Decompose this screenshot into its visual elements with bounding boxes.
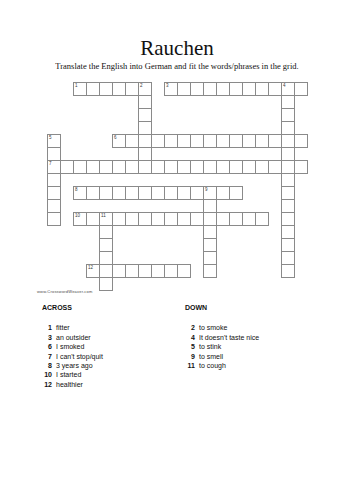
grid-cell[interactable] (151, 134, 165, 148)
grid-cell[interactable] (177, 264, 191, 278)
grid-cell[interactable] (151, 212, 165, 226)
grid-cell[interactable] (99, 186, 113, 200)
grid-cell[interactable] (99, 225, 113, 239)
grid-cell[interactable] (47, 199, 61, 213)
grid-cell[interactable] (112, 264, 126, 278)
grid-cell[interactable] (281, 225, 295, 239)
clue-item-number: 2 (185, 323, 195, 332)
clue-item-number: 3 (42, 333, 52, 342)
grid-cell[interactable] (216, 134, 230, 148)
clue-item-text: I smoked (56, 342, 84, 351)
clue-number: 12 (88, 265, 93, 270)
down-header: DOWN (185, 303, 335, 312)
clue-item-number: 8 (42, 361, 52, 370)
grid-cell[interactable] (138, 95, 152, 109)
grid-cell[interactable] (203, 82, 217, 96)
clue-item-number: 1 (42, 323, 52, 332)
grid-cell[interactable] (125, 186, 139, 200)
grid-cell[interactable] (281, 251, 295, 265)
grid-cell[interactable] (151, 186, 165, 200)
grid-cell[interactable]: 5 (47, 134, 61, 148)
grid-cell[interactable] (255, 160, 269, 174)
clue-item: 4It doesn't taste nice (185, 333, 335, 342)
clue-item: 7I can't stop/quit (42, 352, 182, 361)
grid-cell[interactable] (268, 82, 282, 96)
down-clues-section: DOWN 2to smoke4It doesn't taste nice5to … (185, 303, 335, 370)
grid-cell[interactable] (138, 212, 152, 226)
grid-cell[interactable] (73, 160, 87, 174)
grid-cell[interactable] (281, 121, 295, 135)
grid-cell[interactable] (164, 134, 178, 148)
clue-item: 83 years ago (42, 361, 182, 370)
grid-cell[interactable]: 4 (281, 82, 295, 96)
grid-cell[interactable] (203, 160, 217, 174)
clue-item-text: I can't stop/quit (56, 352, 103, 361)
clue-item-text: to stink (199, 342, 221, 351)
clue-number: 1 (75, 83, 78, 88)
grid-cell[interactable] (203, 225, 217, 239)
grid-cell[interactable]: 7 (47, 160, 61, 174)
clue-number: 5 (49, 135, 52, 140)
clue-item-text: 3 years ago (56, 361, 93, 370)
grid-cell[interactable] (203, 251, 217, 265)
clue-item: 12healthier (42, 380, 182, 389)
grid-cell[interactable] (281, 134, 295, 148)
grid-cell[interactable] (99, 277, 113, 291)
clue-number: 11 (101, 213, 106, 218)
grid-cell[interactable] (255, 134, 269, 148)
down-clue-list: 2to smoke4It doesn't taste nice5to stink… (185, 323, 335, 370)
clue-item-text: I started (56, 370, 81, 379)
clue-item-text: fitter (56, 323, 70, 332)
grid-cell[interactable] (164, 160, 178, 174)
clue-number: 6 (114, 135, 117, 140)
grid-cell[interactable] (229, 82, 243, 96)
grid-cell[interactable] (203, 212, 217, 226)
grid-cell[interactable] (281, 238, 295, 252)
crossword-grid: 123456789101112 (48, 83, 308, 291)
grid-cell[interactable] (229, 212, 243, 226)
grid-cell[interactable] (255, 82, 269, 96)
grid-cell[interactable] (216, 160, 230, 174)
grid-cell[interactable] (281, 173, 295, 187)
grid-cell[interactable] (177, 186, 191, 200)
grid-cell[interactable] (190, 82, 204, 96)
across-clue-list: 1fitter3an outsider6I smoked7I can't sto… (42, 323, 182, 389)
grid-cell[interactable] (242, 212, 256, 226)
grid-cell[interactable] (47, 186, 61, 200)
grid-cell[interactable] (216, 82, 230, 96)
grid-cell[interactable] (203, 199, 217, 213)
clue-item-number: 7 (42, 352, 52, 361)
grid-cell[interactable] (294, 160, 308, 174)
clue-item-text: healthier (56, 380, 83, 389)
clue-item: 3an outsider (42, 333, 182, 342)
grid-cell[interactable] (190, 212, 204, 226)
clue-number: 2 (140, 83, 143, 88)
clue-item-text: to smoke (199, 323, 227, 332)
grid-cell[interactable]: 10 (73, 212, 87, 226)
grid-cell[interactable] (229, 186, 243, 200)
grid-cell[interactable] (112, 160, 126, 174)
grid-cell[interactable]: 11 (99, 212, 113, 226)
grid-cell[interactable] (138, 134, 152, 148)
grid-cell[interactable] (47, 173, 61, 187)
grid-cell[interactable] (125, 82, 139, 96)
clue-item-text: to cough (199, 361, 226, 370)
grid-cell[interactable] (190, 134, 204, 148)
grid-cell[interactable] (281, 264, 295, 278)
clue-item-text: It doesn't taste nice (199, 333, 259, 342)
clue-item: 1fitter (42, 323, 182, 332)
grid-cell[interactable] (151, 264, 165, 278)
grid-cell[interactable]: 12 (86, 264, 100, 278)
clue-item-number: 9 (185, 352, 195, 361)
clue-number: 10 (75, 213, 80, 218)
clue-item-number: 11 (185, 361, 195, 370)
grid-cell[interactable] (99, 160, 113, 174)
grid-cell[interactable] (164, 186, 178, 200)
grid-cell[interactable] (86, 82, 100, 96)
grid-cell[interactable] (138, 108, 152, 122)
grid-cell[interactable] (86, 186, 100, 200)
grid-cell[interactable] (99, 251, 113, 265)
grid-cell[interactable] (242, 134, 256, 148)
grid-cell[interactable] (268, 134, 282, 148)
grid-cell[interactable] (86, 212, 100, 226)
grid-cell[interactable] (203, 264, 217, 278)
clue-item-text: to smell (199, 352, 223, 361)
grid-cell[interactable] (138, 160, 152, 174)
grid-cell[interactable] (99, 238, 113, 252)
grid-cell[interactable] (203, 238, 217, 252)
clue-item-number: 6 (42, 342, 52, 351)
grid-cell[interactable] (164, 212, 178, 226)
grid-cell[interactable] (216, 186, 230, 200)
grid-cell[interactable] (281, 199, 295, 213)
grid-cell[interactable] (294, 82, 308, 96)
grid-cell[interactable] (99, 264, 113, 278)
clue-number: 8 (75, 187, 78, 192)
grid-cell[interactable] (138, 147, 152, 161)
grid-cell[interactable] (112, 212, 126, 226)
grid-cell[interactable] (281, 160, 295, 174)
clue-number: 3 (166, 83, 169, 88)
grid-cell[interactable] (125, 264, 139, 278)
grid-cell[interactable]: 3 (164, 82, 178, 96)
grid-cell[interactable] (86, 160, 100, 174)
across-clues-section: ACROSS 1fitter3an outsider6I smoked7I ca… (42, 303, 182, 389)
grid-cell[interactable] (164, 264, 178, 278)
grid-cell[interactable] (268, 160, 282, 174)
grid-cell[interactable] (281, 186, 295, 200)
grid-cell[interactable]: 6 (112, 134, 126, 148)
grid-cell[interactable] (294, 134, 308, 148)
grid-cell[interactable] (216, 212, 230, 226)
grid-cell[interactable] (112, 82, 126, 96)
grid-cell[interactable] (281, 147, 295, 161)
grid-cell[interactable] (281, 108, 295, 122)
grid-cell[interactable] (177, 160, 191, 174)
grid-cell[interactable] (190, 186, 204, 200)
page-title: Rauchen (0, 37, 354, 59)
clue-item-number: 12 (42, 380, 52, 389)
grid-cell[interactable]: 1 (73, 82, 87, 96)
grid-cell[interactable] (125, 160, 139, 174)
grid-cell[interactable] (138, 264, 152, 278)
grid-cell[interactable] (229, 160, 243, 174)
grid-cell[interactable]: 9 (203, 186, 217, 200)
grid-cell[interactable] (255, 212, 269, 226)
across-header: ACROSS (42, 303, 182, 312)
page-subtitle: Translate the English into German and fi… (0, 61, 354, 71)
clue-item-number: 10 (42, 370, 52, 379)
grid-cell[interactable] (125, 212, 139, 226)
grid-cell[interactable] (112, 186, 126, 200)
grid-cell[interactable] (177, 82, 191, 96)
grid-cell[interactable] (242, 160, 256, 174)
grid-cell[interactable] (242, 82, 256, 96)
grid-cell[interactable] (138, 186, 152, 200)
grid-cell[interactable] (281, 212, 295, 226)
grid-cell[interactable] (47, 147, 61, 161)
grid-cell[interactable]: 2 (138, 82, 152, 96)
grid-cell[interactable]: 8 (73, 186, 87, 200)
clue-item: 9to smell (185, 352, 335, 361)
grid-cell[interactable] (151, 160, 165, 174)
clue-item: 2to smoke (185, 323, 335, 332)
clue-number: 4 (283, 83, 286, 88)
grid-cell[interactable] (60, 160, 74, 174)
grid-cell[interactable] (99, 82, 113, 96)
watermark: www.CrosswordWeaver.com (37, 289, 92, 294)
grid-cell[interactable] (138, 121, 152, 135)
clue-item-number: 4 (185, 333, 195, 342)
grid-cell[interactable] (229, 134, 243, 148)
grid-cell[interactable] (203, 134, 217, 148)
grid-cell[interactable] (47, 212, 61, 226)
clue-item: 10I started (42, 370, 182, 379)
grid-cell[interactable] (281, 95, 295, 109)
clue-number: 9 (205, 187, 208, 192)
clue-item: 11to cough (185, 361, 335, 370)
grid-cell[interactable] (177, 212, 191, 226)
grid-cell[interactable] (190, 160, 204, 174)
clue-number: 7 (49, 161, 52, 166)
clue-item: 6I smoked (42, 342, 182, 351)
clue-item-text: an outsider (56, 333, 91, 342)
grid-cell[interactable] (125, 134, 139, 148)
clue-item-number: 5 (185, 342, 195, 351)
grid-cell[interactable] (177, 134, 191, 148)
clue-item: 5to stink (185, 342, 335, 351)
